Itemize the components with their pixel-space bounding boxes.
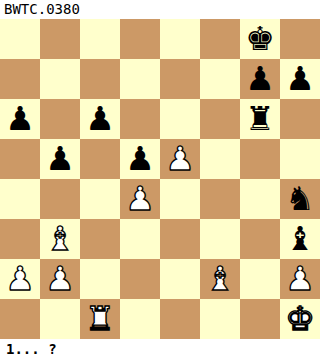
white-bishop: ♝ <box>45 219 75 259</box>
black-pawn: ♟ <box>245 59 275 99</box>
square-b3[interactable]: ♝ <box>40 219 80 259</box>
square-d7[interactable] <box>120 59 160 99</box>
white-king: ♚ <box>285 299 315 339</box>
square-a3[interactable] <box>0 219 40 259</box>
square-h6[interactable] <box>280 99 320 139</box>
square-e5[interactable]: ♟ <box>160 139 200 179</box>
move-prompt: 1... ? <box>0 339 320 360</box>
square-g5[interactable] <box>240 139 280 179</box>
square-a4[interactable] <box>0 179 40 219</box>
white-pawn: ♟ <box>5 259 35 299</box>
diagram-title: BWTC.0380 <box>0 0 320 19</box>
black-pawn: ♟ <box>125 139 155 179</box>
square-c2[interactable] <box>80 259 120 299</box>
square-b2[interactable]: ♟ <box>40 259 80 299</box>
square-e2[interactable] <box>160 259 200 299</box>
chess-board: ♚♟♟♟♟♜♟♟♟♟♞♝♝♟♟♝♟♜♚ <box>0 19 320 339</box>
square-h2[interactable]: ♟ <box>280 259 320 299</box>
square-c1[interactable]: ♜ <box>80 299 120 339</box>
square-f2[interactable]: ♝ <box>200 259 240 299</box>
square-b5[interactable]: ♟ <box>40 139 80 179</box>
square-a8[interactable] <box>0 19 40 59</box>
square-a1[interactable] <box>0 299 40 339</box>
square-a5[interactable] <box>0 139 40 179</box>
square-b8[interactable] <box>40 19 80 59</box>
square-a2[interactable]: ♟ <box>0 259 40 299</box>
square-c8[interactable] <box>80 19 120 59</box>
square-h7[interactable]: ♟ <box>280 59 320 99</box>
square-a7[interactable] <box>0 59 40 99</box>
square-d5[interactable]: ♟ <box>120 139 160 179</box>
square-g8[interactable]: ♚ <box>240 19 280 59</box>
black-pawn: ♟ <box>45 139 75 179</box>
square-c6[interactable]: ♟ <box>80 99 120 139</box>
square-c4[interactable] <box>80 179 120 219</box>
square-f8[interactable] <box>200 19 240 59</box>
black-pawn: ♟ <box>85 99 115 139</box>
square-d3[interactable] <box>120 219 160 259</box>
black-king: ♚ <box>245 19 275 59</box>
square-g2[interactable] <box>240 259 280 299</box>
white-pawn: ♟ <box>285 259 315 299</box>
white-bishop: ♝ <box>205 259 235 299</box>
square-e3[interactable] <box>160 219 200 259</box>
square-d4[interactable]: ♟ <box>120 179 160 219</box>
square-b7[interactable] <box>40 59 80 99</box>
square-g3[interactable] <box>240 219 280 259</box>
square-f5[interactable] <box>200 139 240 179</box>
square-c7[interactable] <box>80 59 120 99</box>
square-e6[interactable] <box>160 99 200 139</box>
square-e8[interactable] <box>160 19 200 59</box>
square-g4[interactable] <box>240 179 280 219</box>
square-h1[interactable]: ♚ <box>280 299 320 339</box>
black-bishop: ♝ <box>285 219 315 259</box>
square-d2[interactable] <box>120 259 160 299</box>
square-f4[interactable] <box>200 179 240 219</box>
white-pawn: ♟ <box>165 139 195 179</box>
square-f6[interactable] <box>200 99 240 139</box>
square-b4[interactable] <box>40 179 80 219</box>
black-knight: ♞ <box>285 179 315 219</box>
square-e4[interactable] <box>160 179 200 219</box>
white-rook: ♜ <box>85 299 115 339</box>
square-h8[interactable] <box>280 19 320 59</box>
square-b6[interactable] <box>40 99 80 139</box>
square-d6[interactable] <box>120 99 160 139</box>
square-c3[interactable] <box>80 219 120 259</box>
square-f3[interactable] <box>200 219 240 259</box>
square-g6[interactable]: ♜ <box>240 99 280 139</box>
square-f1[interactable] <box>200 299 240 339</box>
square-b1[interactable] <box>40 299 80 339</box>
black-pawn: ♟ <box>5 99 35 139</box>
square-c5[interactable] <box>80 139 120 179</box>
square-h5[interactable] <box>280 139 320 179</box>
square-d1[interactable] <box>120 299 160 339</box>
white-pawn: ♟ <box>125 179 155 219</box>
square-e7[interactable] <box>160 59 200 99</box>
square-f7[interactable] <box>200 59 240 99</box>
square-h4[interactable]: ♞ <box>280 179 320 219</box>
square-h3[interactable]: ♝ <box>280 219 320 259</box>
white-pawn: ♟ <box>45 259 75 299</box>
black-pawn: ♟ <box>285 59 315 99</box>
square-g1[interactable] <box>240 299 280 339</box>
square-g7[interactable]: ♟ <box>240 59 280 99</box>
square-e1[interactable] <box>160 299 200 339</box>
black-rook: ♜ <box>245 99 275 139</box>
square-a6[interactable]: ♟ <box>0 99 40 139</box>
square-d8[interactable] <box>120 19 160 59</box>
